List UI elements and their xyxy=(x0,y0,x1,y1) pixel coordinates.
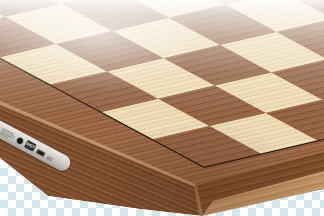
label-text-block xyxy=(0,127,16,140)
dgt-logo: DGT xyxy=(24,140,37,152)
chessboard-product-photo: DGT xyxy=(0,0,324,216)
audio-jack-port xyxy=(15,136,24,145)
certification-mark xyxy=(46,156,53,161)
mini-usb-port xyxy=(35,148,46,157)
